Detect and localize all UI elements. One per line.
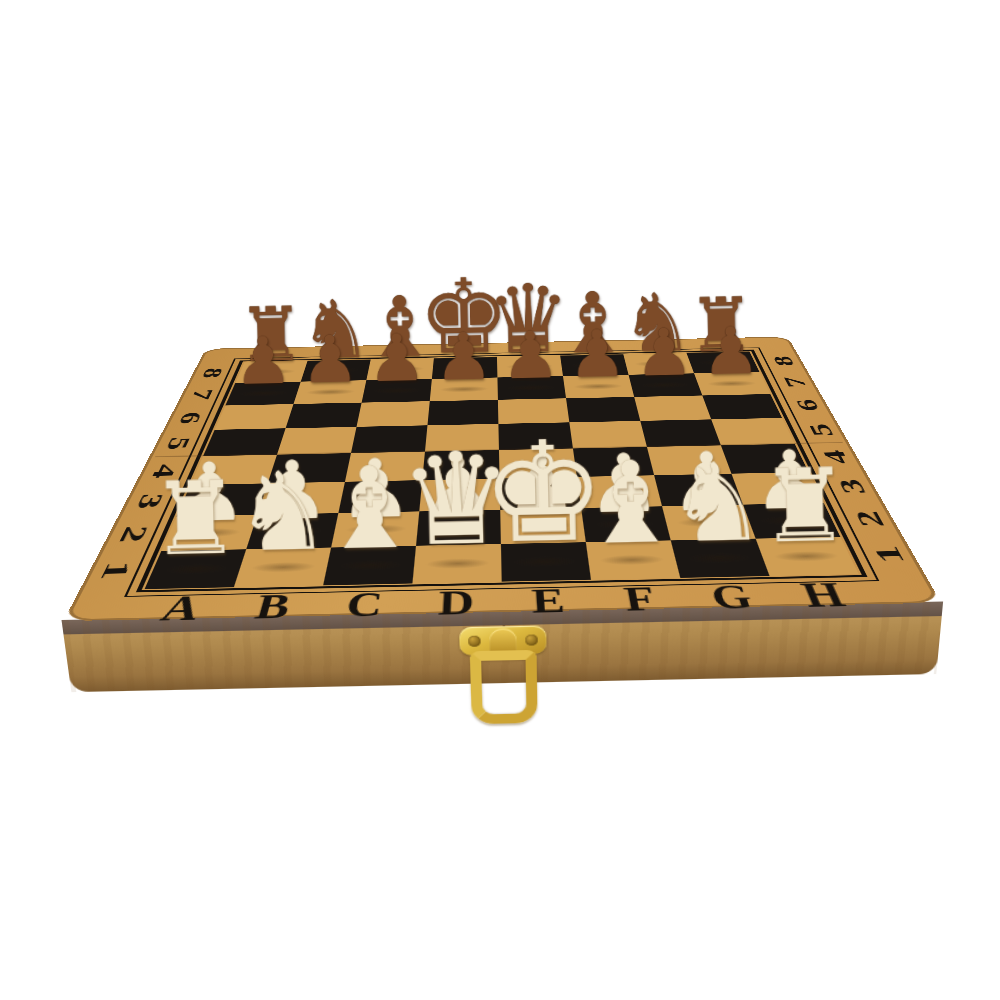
clasp-loop-icon (470, 650, 538, 724)
board-tilt-wrapper: ABCDEFGH1234567812345678♜♞♝♚♛♝♞♜♟♟♟♟♟♟♟♟… (0, 0, 1000, 1000)
file-label-c: C (316, 583, 413, 620)
clasp-screw-left (468, 636, 481, 647)
perspective-container: ABCDEFGH1234567812345678♜♞♝♚♛♝♞♜♟♟♟♟♟♟♟♟… (0, 0, 1000, 1000)
chess-board: ABCDEFGH1234567812345678♜♞♝♚♛♝♞♜♟♟♟♟♟♟♟♟… (63, 337, 941, 621)
rank-digit: 1 (91, 561, 140, 580)
clasp-tab (489, 628, 517, 651)
file-label-d: D (409, 581, 502, 618)
rook-icon: ♜ (758, 454, 851, 557)
rank-digit: 1 (863, 545, 913, 564)
brass-clasp (454, 625, 552, 692)
rank-label-right-1: 1 (854, 536, 921, 574)
clasp-screw-right (525, 634, 538, 645)
file-label-a: A (129, 587, 234, 624)
white-rook-h1: ♜ (750, 390, 859, 557)
file-label-e: E (502, 579, 596, 616)
product-photo-scene: ABCDEFGH1234567812345678♜♞♝♚♛♝♞♜♟♟♟♟♟♟♟♟… (0, 0, 1000, 1000)
rank-label-left-1: 1 (82, 551, 148, 590)
file-label-b: B (223, 585, 324, 622)
